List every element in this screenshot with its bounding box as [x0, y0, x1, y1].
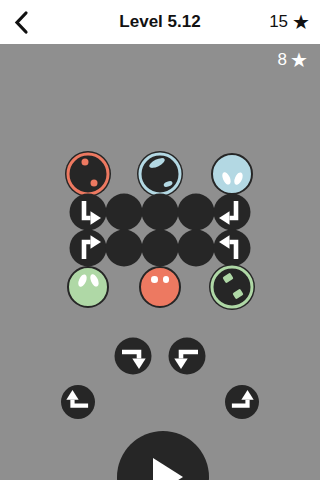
star-icon: ★ [290, 50, 308, 70]
total-stars-count: 15 [269, 12, 288, 32]
level-stars-count: 8 [278, 50, 287, 70]
cell-r3c1-arrow-up-right[interactable] [70, 230, 107, 267]
cell-r4c1-ball-green [67, 266, 109, 308]
back-chevron-icon [8, 10, 38, 35]
cell-r3c3-node[interactable] [142, 230, 179, 267]
cell-r1c5-ball-blue [211, 153, 253, 195]
cell-r1c1-target-red [67, 153, 110, 196]
level-stars: 8 ★ [278, 50, 308, 70]
play-icon [153, 458, 183, 480]
cell-r2c3-node[interactable] [142, 194, 179, 231]
star-icon: ★ [292, 12, 310, 32]
tray-arrow-right-down[interactable] [115, 338, 152, 375]
cell-r2c4-node[interactable] [178, 194, 215, 231]
cell-r2c1-arrow-down-right[interactable] [70, 194, 107, 231]
cell-r4c3-ball-red [139, 266, 181, 308]
cell-r3c5-arrow-up-left[interactable] [214, 230, 251, 267]
total-stars: 15 ★ [269, 0, 310, 44]
cell-r3c4-node[interactable] [178, 230, 215, 267]
tray-arrow-right-up[interactable] [225, 385, 259, 419]
cell-r1c3-target-blue [139, 153, 182, 196]
app-screen: Level 5.12 15 ★ 8 ★ [0, 0, 320, 480]
puzzle-board [0, 0, 320, 480]
cell-r2c5-arrow-down-left[interactable] [214, 194, 251, 231]
cell-r3c2-node[interactable] [106, 230, 143, 267]
cell-r4c5-target-green [211, 266, 254, 309]
header: Level 5.12 15 ★ [0, 0, 320, 44]
back-button[interactable] [8, 7, 38, 37]
cell-r2c2-node[interactable] [106, 194, 143, 231]
tray-arrow-left-down[interactable] [169, 338, 206, 375]
tray-arrow-left-up[interactable] [61, 385, 95, 419]
